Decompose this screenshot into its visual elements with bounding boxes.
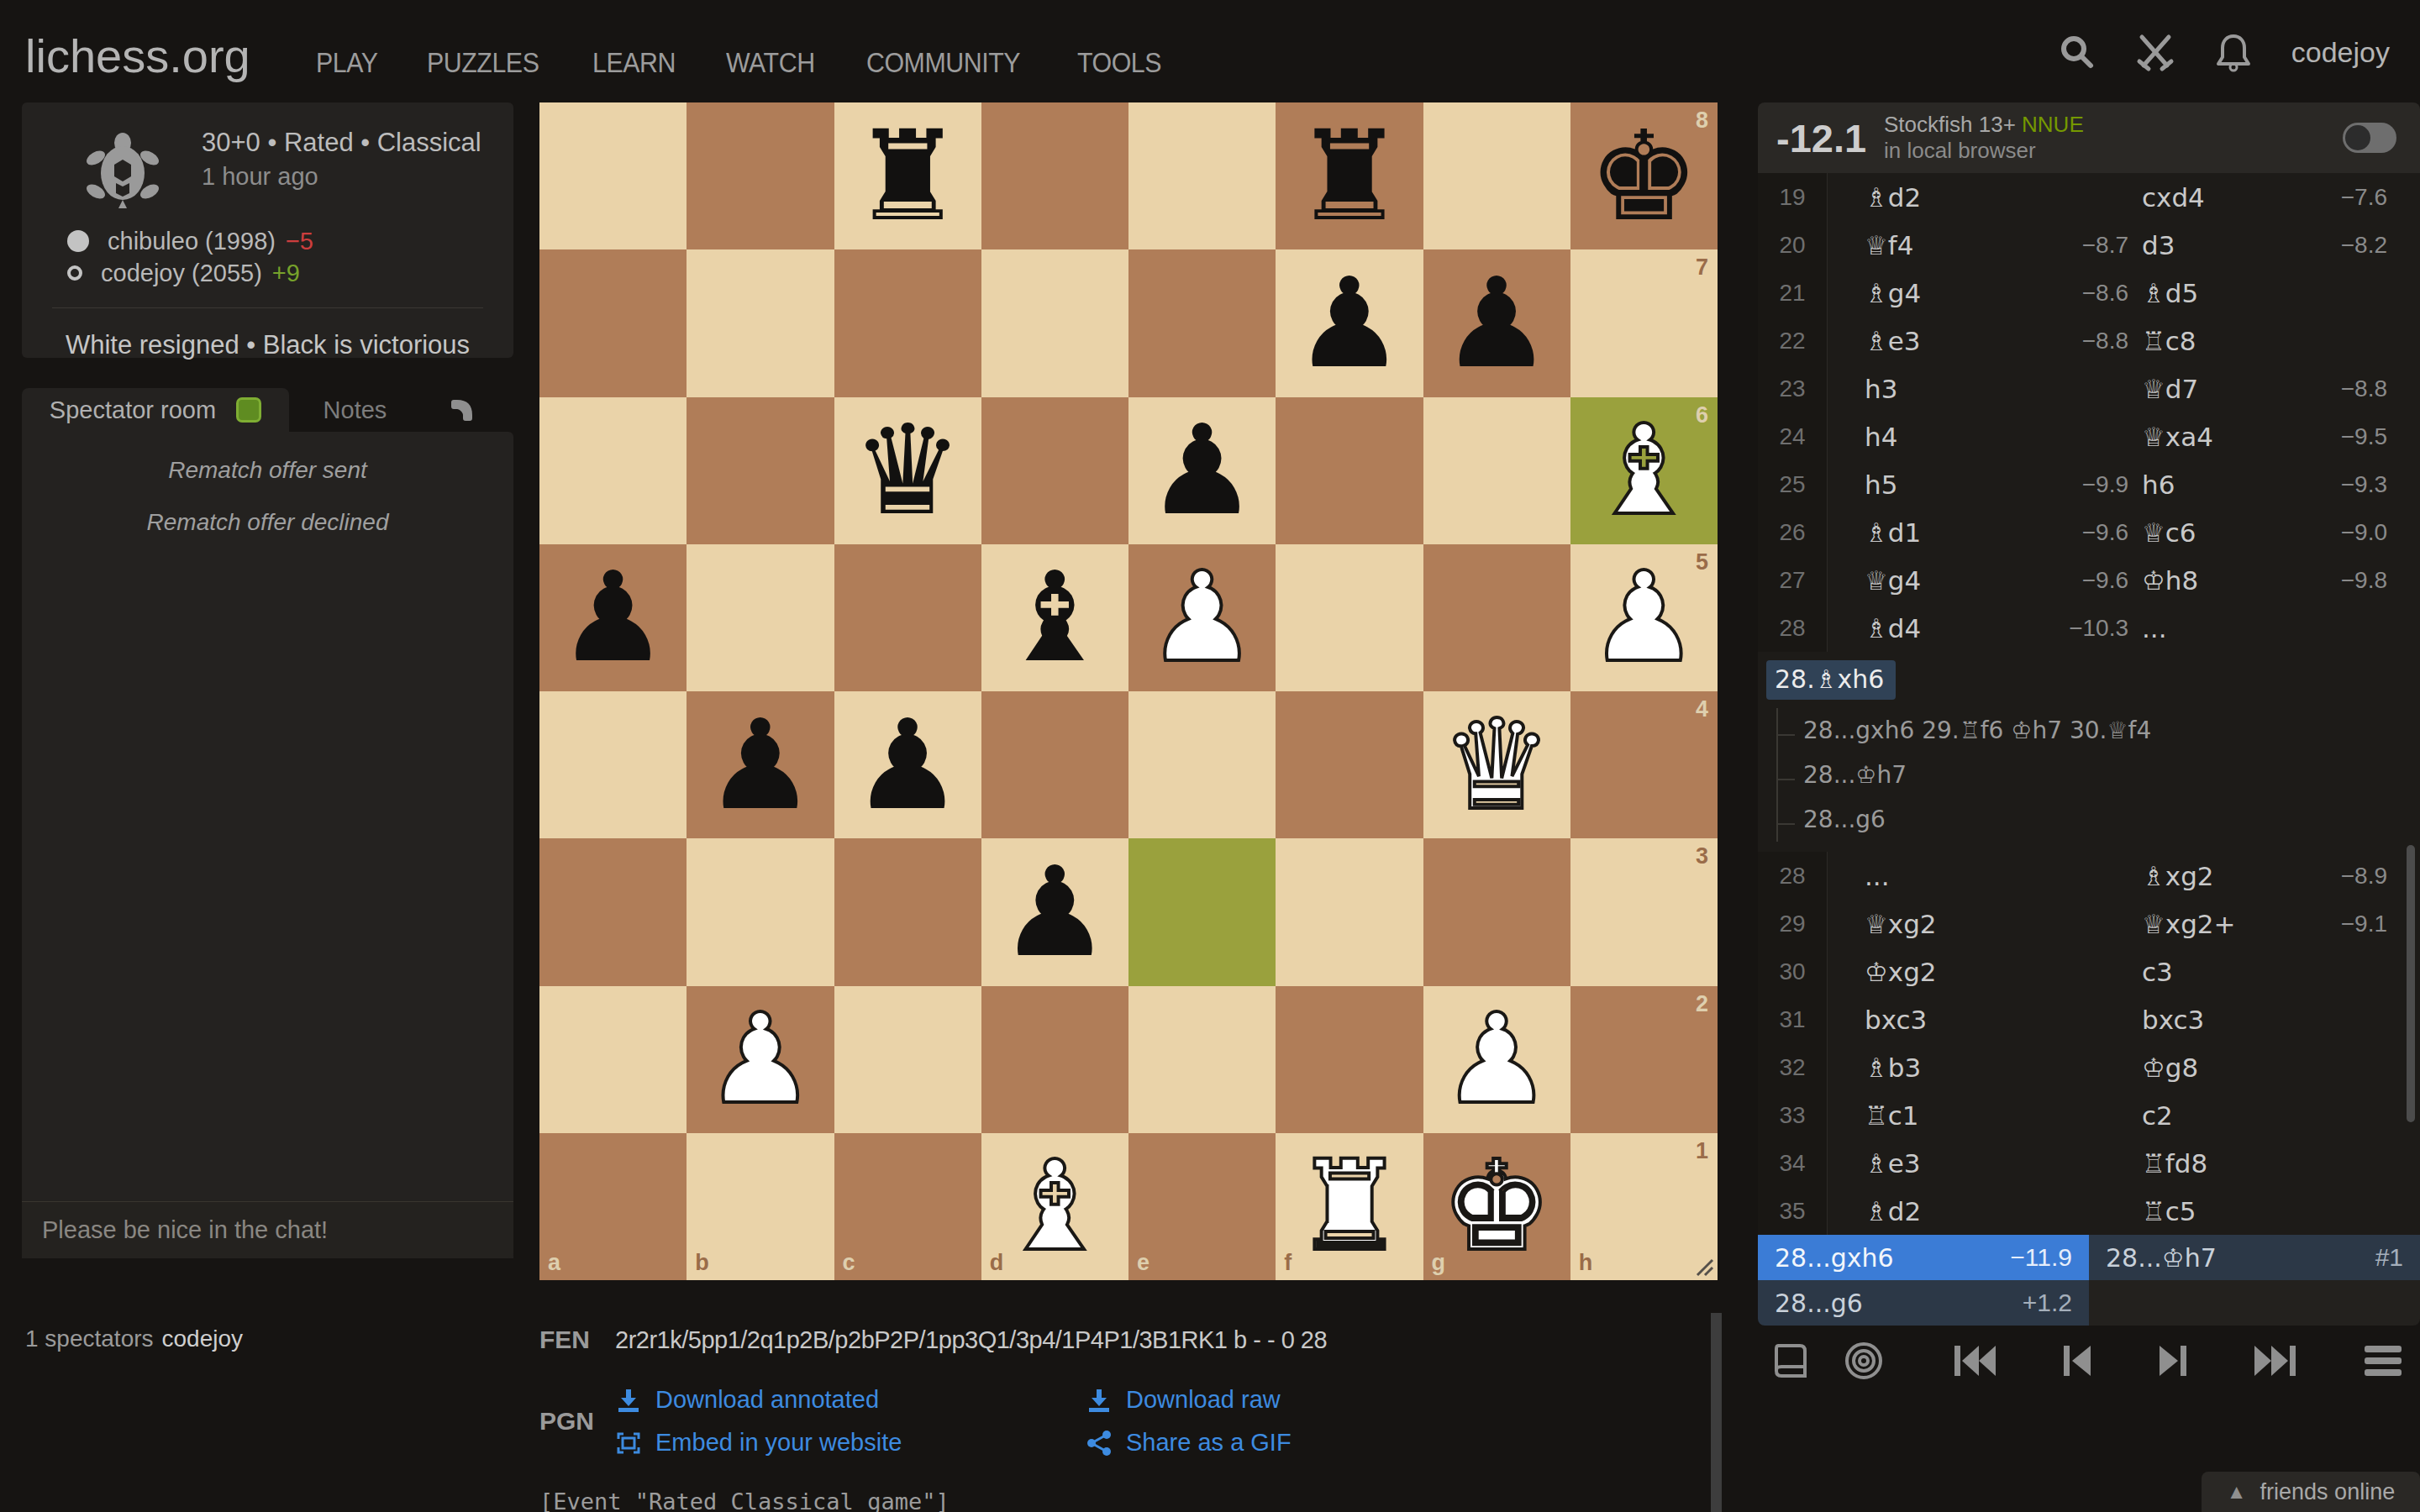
move-row: 35♗d2♖c5 xyxy=(1758,1187,2420,1235)
move-number: 34 xyxy=(1758,1139,1828,1187)
variation-line[interactable]: 28...♔h7 xyxy=(1778,753,2420,797)
move-row: 28♗d4−10.3... xyxy=(1758,604,2420,652)
white-rook-f1[interactable]: ♜ xyxy=(1276,1133,1423,1280)
file-label-c: c xyxy=(843,1250,855,1276)
white-move[interactable]: ♔xg2 xyxy=(1828,957,2036,987)
scrollbar[interactable] xyxy=(2407,845,2415,1122)
white-move[interactable]: ♗d1 xyxy=(1828,517,2036,548)
rank-label-4: 4 xyxy=(1696,696,1708,722)
rating-delta: −5 xyxy=(286,228,313,255)
black-pawn-f7[interactable]: ♟ xyxy=(1276,249,1423,396)
black-eval: −9.0 xyxy=(2301,519,2420,546)
suggestion-28...gxh6[interactable]: 28...gxh6−11.9 xyxy=(1758,1235,2089,1280)
black-eval: −9.1 xyxy=(2301,911,2420,937)
black-move[interactable]: ♔h8 xyxy=(2128,565,2301,596)
chat-toggle[interactable] xyxy=(236,397,261,423)
black-move[interactable]: ♗d5 xyxy=(2128,278,2301,308)
square-e8[interactable] xyxy=(1128,102,1276,249)
suggestion-28...g6[interactable]: 28...g6+1.2 xyxy=(1758,1280,2089,1326)
black-pawn-e6[interactable]: ♟ xyxy=(1128,397,1276,544)
variation-line[interactable]: 28...gxh6 29.♖f6 ♔h7 30.♕f4 xyxy=(1778,708,2420,753)
friends-online-label: friends online xyxy=(2260,1479,2396,1505)
white-move[interactable]: h3 xyxy=(1828,374,2036,404)
embed-link[interactable]: Embed in your website xyxy=(615,1429,1086,1457)
square-f2[interactable] xyxy=(1276,986,1423,1133)
engine-suggestions: 28...gxh6−11.928...♔h7#128...g6+1.2 xyxy=(1758,1235,2420,1326)
prev-move-icon[interactable] xyxy=(2060,1341,2094,1381)
white-eval: −9.9 xyxy=(2036,471,2128,498)
move-row: 25h5−9.9h6−9.3 xyxy=(1758,460,2420,508)
move-number: 21 xyxy=(1758,269,1828,317)
black-move[interactable]: ♕d7 xyxy=(2128,374,2301,404)
square-e2[interactable] xyxy=(1128,986,1276,1133)
black-pawn-c4[interactable]: ♟ xyxy=(834,691,981,838)
square-g8[interactable] xyxy=(1423,102,1570,249)
move-number: 28 xyxy=(1758,852,1828,900)
white-eval: −9.6 xyxy=(2036,519,2128,546)
spectator-name[interactable]: codejoy xyxy=(162,1326,244,1352)
white-queen-g4[interactable]: ♛ xyxy=(1423,691,1570,838)
square-e1[interactable] xyxy=(1128,1133,1276,1280)
move-row: 29♕xg2♕xg2+−9.1 xyxy=(1758,900,2420,948)
white-eval: −8.6 xyxy=(2036,280,2128,307)
player-white[interactable]: chibuleo (1998)−5 xyxy=(67,225,513,257)
nav-right-controls: codejoy xyxy=(2058,32,2390,72)
white-move[interactable]: ♖c1 xyxy=(1828,1100,2036,1131)
game-info-box: 30+0 • Rated • Classical 1 hour ago chib… xyxy=(22,102,513,358)
menu-icon[interactable] xyxy=(2361,1342,2405,1379)
square-f3[interactable] xyxy=(1276,838,1423,985)
white-disc-icon xyxy=(67,230,89,252)
white-pawn-g2[interactable]: ♟ xyxy=(1423,986,1570,1133)
game-result: White resigned • Black is victorious xyxy=(22,330,513,360)
player-black[interactable]: codejoy (2055)+9 xyxy=(67,257,513,289)
square-c3[interactable] xyxy=(834,838,981,985)
last-move-icon[interactable] xyxy=(2252,1341,2299,1381)
white-move[interactable]: ♗e3 xyxy=(1828,1148,2036,1179)
friends-online-bar[interactable]: ▲ friends online xyxy=(2202,1472,2420,1512)
black-eval: −7.6 xyxy=(2301,184,2420,211)
black-move[interactable]: ♕xa4 xyxy=(2128,422,2301,452)
square-b8[interactable] xyxy=(687,102,834,249)
chat-message: Rematch offer declined xyxy=(22,484,513,536)
move-number: 33 xyxy=(1758,1091,1828,1139)
black-rook-f8[interactable]: ♜ xyxy=(1276,102,1423,249)
bell-icon[interactable] xyxy=(2214,32,2253,72)
white-pawn-e5[interactable]: ♟ xyxy=(1128,544,1276,691)
square-c7[interactable] xyxy=(834,249,981,396)
nav-item-play[interactable]: PLAY xyxy=(316,47,378,79)
download-annotated-link[interactable]: Download annotated xyxy=(615,1386,1086,1414)
white-move[interactable]: ... xyxy=(1828,861,2036,891)
embed-icon xyxy=(615,1430,642,1457)
player-name: chibuleo (1998) xyxy=(108,228,276,255)
black-bishop-d5[interactable]: ♝ xyxy=(981,544,1128,691)
file-label-d: d xyxy=(990,1250,1004,1276)
black-move[interactable]: ♕xg2+ xyxy=(2128,909,2301,939)
square-f4[interactable] xyxy=(1276,691,1423,838)
square-b7[interactable] xyxy=(687,249,834,396)
classical-turtle-icon xyxy=(82,129,163,210)
move-row: 26♗d1−9.6♕c6−9.0 xyxy=(1758,508,2420,556)
nav-item-community[interactable]: COMMUNITY xyxy=(866,47,1020,79)
lichess-logo[interactable]: lichess.org xyxy=(25,29,250,83)
square-g5[interactable] xyxy=(1423,544,1570,691)
move-row: 28...♗xg2−8.9 xyxy=(1758,852,2420,900)
spectators-line: 1 spectatorscodejoy xyxy=(25,1326,243,1352)
black-move[interactable]: bxc3 xyxy=(2128,1005,2301,1035)
file-label-h: h xyxy=(1579,1250,1593,1276)
white-eval: −8.7 xyxy=(2036,232,2128,259)
nav-item-tools[interactable]: TOOLS xyxy=(1077,47,1161,79)
username[interactable]: codejoy xyxy=(2291,36,2390,69)
chat-input[interactable] xyxy=(22,1201,513,1258)
black-pawn-a5[interactable]: ♟ xyxy=(539,544,687,691)
move-row: 31bxc3bxc3 xyxy=(1758,995,2420,1043)
analysis-toolbar xyxy=(1758,1326,2420,1396)
white-eval: −8.8 xyxy=(2036,328,2128,354)
download-raw-link[interactable]: Download raw xyxy=(1086,1386,1556,1414)
black-eval: −8.8 xyxy=(2301,375,2420,402)
rank-label-7: 7 xyxy=(1696,255,1708,281)
square-d8[interactable] xyxy=(981,102,1128,249)
move-number: 28 xyxy=(1758,604,1828,652)
variation-line[interactable]: 28...g6 xyxy=(1778,797,2420,842)
engine-location: in local browser xyxy=(1884,138,2084,164)
tab-notes[interactable]: Notes xyxy=(289,388,513,432)
white-move[interactable]: ♗d2 xyxy=(1828,182,2036,213)
black-move[interactable]: c2 xyxy=(2128,1100,2301,1131)
move-row: 30♔xg2c3 xyxy=(1758,948,2420,995)
move-list: 19♗d2cxd4−7.620♕f4−8.7d3−8.221♗g4−8.6♗d5… xyxy=(1758,173,2420,1235)
engine-nnue: NNUE xyxy=(2022,112,2084,137)
rank-label-8: 8 xyxy=(1696,108,1708,134)
square-f6[interactable] xyxy=(1276,397,1423,544)
square-g3[interactable] xyxy=(1423,838,1570,985)
suggestion-empty xyxy=(2089,1280,2420,1326)
white-pawn-b2[interactable]: ♟ xyxy=(687,986,834,1133)
fen-label: FEN xyxy=(539,1326,615,1354)
square-b6[interactable] xyxy=(687,397,834,544)
main-menu: PLAYPUZZLESLEARNWATCHCOMMUNITYTOOLS xyxy=(316,47,1169,79)
move-row: 21♗g4−8.6♗d5 xyxy=(1758,269,2420,317)
square-a3[interactable] xyxy=(539,838,687,985)
file-label-e: e xyxy=(1137,1250,1149,1276)
square-c5[interactable] xyxy=(834,544,981,691)
file-label-f: f xyxy=(1284,1250,1292,1276)
black-eval: −8.2 xyxy=(2301,232,2420,259)
black-move[interactable]: ♖c5 xyxy=(2128,1196,2301,1226)
move-number: 24 xyxy=(1758,412,1828,460)
rank-label-5: 5 xyxy=(1696,549,1708,575)
move-row: 22♗e3−8.8♖c8 xyxy=(1758,317,2420,365)
chat-messages: Rematch offer sent Rematch offer decline… xyxy=(22,432,513,1258)
spectators-count: 1 spectators xyxy=(25,1326,154,1352)
engine-toggle[interactable] xyxy=(2343,123,2396,153)
rank-label-1: 1 xyxy=(1696,1138,1708,1164)
square-c2[interactable] xyxy=(834,986,981,1133)
file-label-b: b xyxy=(695,1250,709,1276)
black-pawn-b4[interactable]: ♟ xyxy=(687,691,834,838)
black-move[interactable]: ... xyxy=(2128,613,2301,643)
white-move[interactable]: ♕xg2 xyxy=(1828,909,2036,939)
black-pawn-g7[interactable]: ♟ xyxy=(1423,249,1570,396)
square-a8[interactable] xyxy=(539,102,687,249)
scrollbar[interactable] xyxy=(1711,1313,1722,1512)
rank-label-3: 3 xyxy=(1696,843,1708,869)
square-b3[interactable] xyxy=(687,838,834,985)
share-gif-link[interactable]: Share as a GIF xyxy=(1086,1429,1556,1457)
black-move[interactable]: d3 xyxy=(2128,230,2301,260)
move-row: 20♕f4−8.7d3−8.2 xyxy=(1758,221,2420,269)
tab-spectator-room-label: Spectator room xyxy=(50,396,216,424)
black-eval: −9.3 xyxy=(2301,471,2420,498)
chevron-up-icon: ▲ xyxy=(2227,1480,2247,1504)
move-number: 23 xyxy=(1758,365,1828,412)
square-c1[interactable] xyxy=(834,1133,981,1280)
black-move[interactable]: h6 xyxy=(2128,470,2301,500)
search-icon[interactable] xyxy=(2058,33,2096,71)
next-move-icon[interactable] xyxy=(2156,1341,2190,1381)
file-label-g: g xyxy=(1432,1250,1446,1276)
square-g6[interactable] xyxy=(1423,397,1570,544)
black-rook-c8[interactable]: ♜ xyxy=(834,102,981,249)
black-move[interactable]: ♔g8 xyxy=(2128,1053,2301,1083)
file-label-a: a xyxy=(548,1250,560,1276)
analysis-panel: -12.1 Stockfish 13+ NNUE in local browse… xyxy=(1758,102,2420,1396)
square-e4[interactable] xyxy=(1128,691,1276,838)
move-number: 31 xyxy=(1758,995,1828,1043)
current-move[interactable]: 28.♗xh6 xyxy=(1766,660,1896,700)
square-a6[interactable] xyxy=(539,397,687,544)
square-f5[interactable] xyxy=(1276,544,1423,691)
white-eval: −10.3 xyxy=(2036,615,2128,642)
black-disc-icon xyxy=(67,265,82,281)
suggestion-28...♔h7[interactable]: 28...♔h7#1 xyxy=(2089,1235,2420,1280)
square-e7[interactable] xyxy=(1128,249,1276,396)
white-move[interactable]: bxc3 xyxy=(1828,1005,2036,1035)
white-move[interactable]: ♗d4 xyxy=(1828,613,2036,643)
nav-item-watch[interactable]: WATCH xyxy=(726,47,815,79)
time-control: 30+0 • Rated • Classical xyxy=(202,126,481,160)
engine-eval-bar: -12.1 Stockfish 13+ NNUE in local browse… xyxy=(1758,102,2420,173)
crossed-swords-icon[interactable] xyxy=(2135,32,2175,72)
fen-pgn-panel: FEN 2r2r1k/5pp1/2q1p2B/p2bP2P/1pp3Q1/3p4… xyxy=(539,1326,1718,1512)
black-move[interactable]: cxd4 xyxy=(2128,182,2301,213)
white-move[interactable]: h4 xyxy=(1828,422,2036,452)
divider xyxy=(52,307,483,308)
move-number: 22 xyxy=(1758,317,1828,365)
phone-icon[interactable] xyxy=(445,393,479,427)
move-row: 19♗d2cxd4−7.6 xyxy=(1758,173,2420,221)
square-d2[interactable] xyxy=(981,986,1128,1133)
move-row: 24h4♕xa4−9.5 xyxy=(1758,412,2420,460)
move-number: 29 xyxy=(1758,900,1828,948)
square-a4[interactable] xyxy=(539,691,687,838)
variation-block: 28.♗xh6 28...gxh6 29.♖f6 ♔h7 30.♕f428...… xyxy=(1758,652,2420,852)
fen-value[interactable]: 2r2r1k/5pp1/2q1p2B/p2bP2P/1pp3Q1/3p4/1P4… xyxy=(615,1326,1327,1354)
move-row: 34♗e3♖fd8 xyxy=(1758,1139,2420,1187)
players-list: chibuleo (1998)−5codejoy (2055)+9 xyxy=(67,225,513,289)
white-move[interactable]: h5 xyxy=(1828,470,2036,500)
square-b5[interactable] xyxy=(687,544,834,691)
move-number: 30 xyxy=(1758,948,1828,995)
black-pawn-d3[interactable]: ♟ xyxy=(981,838,1128,985)
rating-delta: +9 xyxy=(272,260,300,287)
square-e3[interactable] xyxy=(1128,838,1276,985)
square-d4[interactable] xyxy=(981,691,1128,838)
move-number: 32 xyxy=(1758,1043,1828,1091)
move-number: 20 xyxy=(1758,221,1828,269)
game-time-ago: 1 hour ago xyxy=(202,160,481,193)
move-row: 27♕g4−9.6♔h8−9.8 xyxy=(1758,556,2420,604)
white-eval: −9.6 xyxy=(2036,567,2128,594)
rank-label-2: 2 xyxy=(1696,991,1708,1017)
engine-name: Stockfish 13+ xyxy=(1884,112,2016,137)
black-queen-c6[interactable]: ♛ xyxy=(834,397,981,544)
board-resize-handle[interactable] xyxy=(1691,1253,1714,1277)
download-icon xyxy=(1086,1387,1113,1414)
square-d6[interactable] xyxy=(981,397,1128,544)
white-move[interactable]: ♗b3 xyxy=(1828,1053,2036,1083)
opening-book-icon[interactable] xyxy=(1770,1339,1813,1383)
first-move-icon[interactable] xyxy=(1951,1341,1998,1381)
tab-spectator-room[interactable]: Spectator room xyxy=(22,388,289,432)
black-eval: −8.9 xyxy=(2301,863,2420,890)
move-number: 25 xyxy=(1758,460,1828,508)
evaluation: -12.1 xyxy=(1776,115,1884,161)
practice-target-icon[interactable] xyxy=(1842,1339,1886,1383)
black-move[interactable]: ♕c6 xyxy=(2128,517,2301,548)
pgn-label: PGN xyxy=(539,1407,615,1436)
share-icon xyxy=(1086,1430,1113,1457)
move-row: 33♖c1c2 xyxy=(1758,1091,2420,1139)
chess-board[interactable]: ♜♜♚♟♟♛♟♝♟♝♟♟♟♟♛♟♟♟♝♜♚ abcdefgh87654321 xyxy=(539,102,1718,1280)
white-move[interactable]: ♕g4 xyxy=(1828,565,2036,596)
square-a7[interactable] xyxy=(539,249,687,396)
white-move[interactable]: ♗d2 xyxy=(1828,1196,2036,1226)
chat-message: Rematch offer sent xyxy=(22,432,513,484)
black-move[interactable]: c3 xyxy=(2128,957,2301,987)
square-d7[interactable] xyxy=(981,249,1128,396)
player-name: codejoy (2055) xyxy=(101,260,262,287)
chat-box: Spectator room Notes Rematch offer sent … xyxy=(22,388,513,1302)
pgn-tag-event: [Event "Rated Classical game"] xyxy=(539,1485,1718,1512)
move-row: 32♗b3♔g8 xyxy=(1758,1043,2420,1091)
tab-notes-label: Notes xyxy=(324,396,387,424)
square-a2[interactable] xyxy=(539,986,687,1133)
download-icon xyxy=(615,1387,642,1414)
move-number: 35 xyxy=(1758,1187,1828,1235)
black-move[interactable]: ♖fd8 xyxy=(2128,1148,2301,1179)
white-move[interactable]: ♗g4 xyxy=(1828,278,2036,308)
nav-item-learn[interactable]: LEARN xyxy=(592,47,676,79)
black-move[interactable]: ♗xg2 xyxy=(2128,861,2301,891)
rank-label-6: 6 xyxy=(1696,402,1708,428)
move-row: 23h3♕d7−8.8 xyxy=(1758,365,2420,412)
white-move[interactable]: ♕f4 xyxy=(1828,230,2036,260)
move-number: 27 xyxy=(1758,556,1828,604)
black-eval: −9.5 xyxy=(2301,423,2420,450)
white-move[interactable]: ♗e3 xyxy=(1828,326,2036,356)
move-number: 26 xyxy=(1758,508,1828,556)
black-move[interactable]: ♖c8 xyxy=(2128,326,2301,356)
square-a1[interactable] xyxy=(539,1133,687,1280)
move-number: 19 xyxy=(1758,173,1828,221)
black-eval: −9.8 xyxy=(2301,567,2420,594)
nav-item-puzzles[interactable]: PUZZLES xyxy=(427,47,539,79)
